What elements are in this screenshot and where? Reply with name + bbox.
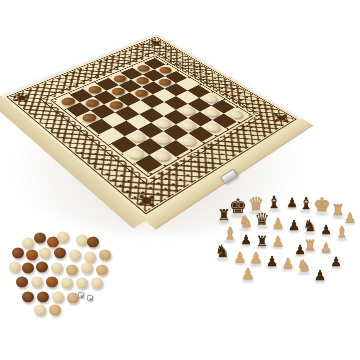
dark-rook[interactable]: ♜	[256, 234, 269, 248]
light-bishop[interactable]: ♝	[223, 226, 237, 242]
light-knight[interactable]: ♞	[239, 214, 253, 230]
dark-knight[interactable]: ♞	[303, 218, 317, 234]
light-knight[interactable]: ♞	[297, 258, 311, 274]
dark-pawn[interactable]: ♟	[330, 255, 342, 268]
light-pawn[interactable]: ♟	[272, 234, 285, 248]
light-king[interactable]: ♚	[313, 195, 330, 214]
light-bishop[interactable]: ♝	[335, 225, 348, 240]
light-pawn[interactable]: ♟	[320, 241, 332, 254]
dark-bishop[interactable]: ♝	[299, 196, 313, 212]
dark-knight[interactable]: ♞	[214, 243, 229, 260]
product-photo-stage: 9101112 ♚♛♝♟♝♚♜♟♜♞♛♟♟♞♟♝♝♟♜♟♟♜♟♞♟♟♟♟♞♟♟♟	[0, 0, 360, 360]
light-rook[interactable]: ♜	[331, 203, 344, 218]
light-pawn[interactable]: ♟	[272, 216, 285, 230]
dark-pawn[interactable]: ♟	[240, 233, 252, 246]
dark-rook[interactable]: ♜	[217, 208, 230, 223]
dark-queen[interactable]: ♛	[254, 211, 269, 228]
chess-cluster: ♚♛♝♟♝♚♜♟♜♞♛♟♟♞♟♝♝♟♜♟♟♜♟♞♟♟♟♟♞♟♟♟	[0, 0, 360, 360]
light-pawn[interactable]: ♟	[234, 250, 247, 264]
light-rook[interactable]: ♜	[304, 238, 317, 252]
dark-pawn[interactable]: ♟	[266, 254, 279, 268]
light-pawn[interactable]: ♟	[282, 256, 295, 270]
light-pawn[interactable]: ♟	[344, 211, 356, 224]
dark-pawn[interactable]: ♟	[288, 218, 301, 232]
light-pawn[interactable]: ♟	[249, 251, 262, 266]
dark-pawn[interactable]: ♟	[314, 268, 327, 282]
light-pawn[interactable]: ♟	[241, 267, 254, 282]
dark-pawn[interactable]: ♟	[320, 223, 332, 236]
dark-pawn[interactable]: ♟	[286, 196, 298, 209]
